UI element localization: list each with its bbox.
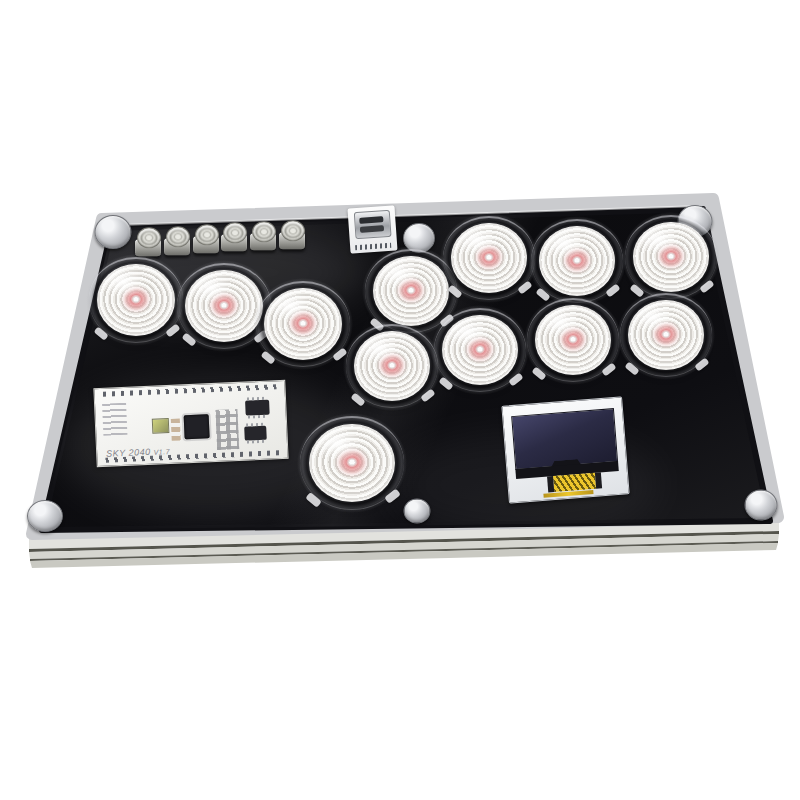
flash-chip [245, 400, 270, 416]
action-button-6[interactable] [431, 305, 529, 395]
passive-components-grid [215, 409, 239, 450]
button-right[interactable] [253, 278, 353, 370]
oled-ribbon-connector [547, 472, 602, 492]
pcb-model-text: SKY 2040 [106, 447, 151, 459]
passive-components [171, 418, 181, 440]
action-button-3[interactable] [528, 216, 626, 306]
button-cap [354, 331, 430, 401]
function-button-cap [252, 221, 276, 242]
function-button-cap [137, 227, 161, 248]
pcb-version-text: V1.7 [153, 448, 170, 456]
oled-module [501, 396, 629, 503]
usb-port[interactable] [354, 210, 392, 239]
action-button-8[interactable] [617, 290, 715, 380]
button-up-jump[interactable] [297, 413, 407, 513]
button-cap [185, 270, 263, 342]
button-cap [539, 226, 615, 296]
action-button-7[interactable] [524, 295, 622, 385]
pcb-module: SKY 2040V1.7 [93, 380, 288, 467]
button-left[interactable] [86, 254, 186, 346]
button-cap [633, 222, 709, 292]
pcb-pad-row-top [103, 384, 277, 397]
usb-port-opening [359, 216, 383, 224]
action-button-2[interactable] [440, 213, 538, 303]
button-cap [309, 424, 395, 502]
button-cap [451, 223, 527, 293]
function-button-cap [166, 226, 190, 247]
regulator-chip [152, 418, 170, 434]
function-button-cap [195, 224, 219, 245]
product-photo: SKY 2040V1.7 [0, 0, 800, 800]
action-button-4[interactable] [622, 212, 720, 302]
button-cap [442, 315, 518, 385]
button-cap [264, 288, 342, 360]
screw-bottom-center [404, 499, 431, 524]
screw-bottom-right [745, 490, 778, 521]
mcu-chip [184, 414, 210, 439]
pcb-silkscreen-labels [102, 403, 127, 436]
ic-chip [244, 426, 267, 441]
function-button-6[interactable] [275, 219, 309, 251]
function-button-cap [223, 222, 247, 243]
button-cap [97, 264, 175, 336]
button-cap [535, 305, 611, 375]
screw-bottom-left [27, 500, 63, 532]
action-button-5[interactable] [343, 321, 441, 411]
function-button-cap [281, 220, 305, 241]
button-cap [628, 300, 704, 370]
screw-top-left [95, 215, 132, 249]
